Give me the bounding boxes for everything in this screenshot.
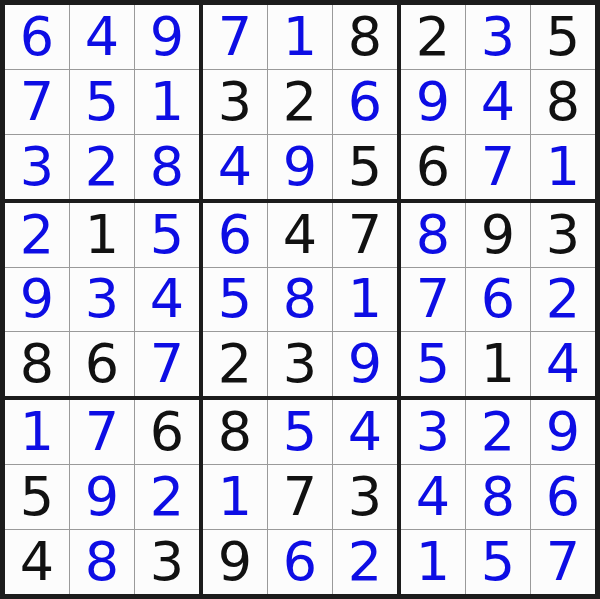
cell-r1c7[interactable]: 2: [401, 5, 465, 69]
cell-r2c1[interactable]: 7: [5, 70, 69, 134]
cell-r4c2[interactable]: 1: [70, 203, 134, 267]
cell-r5c5[interactable]: 8: [268, 268, 332, 332]
cell-r4c4[interactable]: 6: [203, 203, 267, 267]
cell-r1c2[interactable]: 4: [70, 5, 134, 69]
cell-r5c2[interactable]: 3: [70, 268, 134, 332]
cell-r3c7[interactable]: 6: [401, 135, 465, 199]
cell-r5c8[interactable]: 6: [466, 268, 530, 332]
cell-r8c7[interactable]: 4: [401, 465, 465, 529]
cell-r2c7[interactable]: 9: [401, 70, 465, 134]
cell-r8c4[interactable]: 1: [203, 465, 267, 529]
cell-r4c3[interactable]: 5: [135, 203, 199, 267]
box-2-2: 329486157: [401, 400, 595, 594]
cell-r6c6[interactable]: 9: [333, 332, 397, 396]
cell-r7c3[interactable]: 6: [135, 400, 199, 464]
cell-r1c6[interactable]: 8: [333, 5, 397, 69]
cell-r3c5[interactable]: 9: [268, 135, 332, 199]
box-0-0: 649751328: [5, 5, 199, 199]
cell-r9c1[interactable]: 4: [5, 530, 69, 594]
cell-r9c3[interactable]: 3: [135, 530, 199, 594]
cell-r6c5[interactable]: 3: [268, 332, 332, 396]
cell-r2c9[interactable]: 8: [531, 70, 595, 134]
cell-r8c5[interactable]: 7: [268, 465, 332, 529]
cell-r6c4[interactable]: 2: [203, 332, 267, 396]
cell-r5c6[interactable]: 1: [333, 268, 397, 332]
box-2-0: 176592483: [5, 400, 199, 594]
cell-r4c7[interactable]: 8: [401, 203, 465, 267]
cell-r9c2[interactable]: 8: [70, 530, 134, 594]
cell-r7c5[interactable]: 5: [268, 400, 332, 464]
cell-r7c9[interactable]: 9: [531, 400, 595, 464]
cell-r8c2[interactable]: 9: [70, 465, 134, 529]
cell-r8c6[interactable]: 3: [333, 465, 397, 529]
cell-r3c3[interactable]: 8: [135, 135, 199, 199]
cell-r4c1[interactable]: 2: [5, 203, 69, 267]
cell-r3c2[interactable]: 2: [70, 135, 134, 199]
cell-r6c1[interactable]: 8: [5, 332, 69, 396]
cell-r1c3[interactable]: 9: [135, 5, 199, 69]
cell-r8c9[interactable]: 6: [531, 465, 595, 529]
cell-r6c2[interactable]: 6: [70, 332, 134, 396]
cell-r9c4[interactable]: 9: [203, 530, 267, 594]
cell-r3c6[interactable]: 5: [333, 135, 397, 199]
cell-r3c9[interactable]: 1: [531, 135, 595, 199]
box-2-1: 854173962: [203, 400, 397, 594]
cell-r5c1[interactable]: 9: [5, 268, 69, 332]
cell-r7c4[interactable]: 8: [203, 400, 267, 464]
cell-r8c3[interactable]: 2: [135, 465, 199, 529]
cell-r7c2[interactable]: 7: [70, 400, 134, 464]
cell-r5c7[interactable]: 7: [401, 268, 465, 332]
box-0-1: 718326495: [203, 5, 397, 199]
box-1-1: 647581239: [203, 203, 397, 397]
cell-r3c1[interactable]: 3: [5, 135, 69, 199]
cell-r1c9[interactable]: 5: [531, 5, 595, 69]
cell-r7c1[interactable]: 1: [5, 400, 69, 464]
cell-r5c9[interactable]: 2: [531, 268, 595, 332]
cell-r1c1[interactable]: 6: [5, 5, 69, 69]
cell-r6c8[interactable]: 1: [466, 332, 530, 396]
cell-r1c4[interactable]: 7: [203, 5, 267, 69]
cell-r5c3[interactable]: 4: [135, 268, 199, 332]
cell-r7c8[interactable]: 2: [466, 400, 530, 464]
box-1-0: 215934867: [5, 203, 199, 397]
cell-r6c7[interactable]: 5: [401, 332, 465, 396]
cell-r8c8[interactable]: 8: [466, 465, 530, 529]
cell-r1c5[interactable]: 1: [268, 5, 332, 69]
cell-r9c9[interactable]: 7: [531, 530, 595, 594]
cell-r9c5[interactable]: 6: [268, 530, 332, 594]
cell-r1c8[interactable]: 3: [466, 5, 530, 69]
cell-r4c8[interactable]: 9: [466, 203, 530, 267]
cell-r6c3[interactable]: 7: [135, 332, 199, 396]
cell-r9c7[interactable]: 1: [401, 530, 465, 594]
cell-r9c8[interactable]: 5: [466, 530, 530, 594]
cell-r8c1[interactable]: 5: [5, 465, 69, 529]
cell-r3c8[interactable]: 7: [466, 135, 530, 199]
sudoku-board: 6497513287183264952359486712159348676475…: [0, 0, 600, 599]
cell-r3c4[interactable]: 4: [203, 135, 267, 199]
cell-r7c7[interactable]: 3: [401, 400, 465, 464]
cell-r9c6[interactable]: 2: [333, 530, 397, 594]
box-0-2: 235948671: [401, 5, 595, 199]
cell-r4c9[interactable]: 3: [531, 203, 595, 267]
cell-r2c8[interactable]: 4: [466, 70, 530, 134]
box-1-2: 893762514: [401, 203, 595, 397]
cell-r2c6[interactable]: 6: [333, 70, 397, 134]
cell-r2c5[interactable]: 2: [268, 70, 332, 134]
cell-r6c9[interactable]: 4: [531, 332, 595, 396]
cell-r2c4[interactable]: 3: [203, 70, 267, 134]
cell-r2c2[interactable]: 5: [70, 70, 134, 134]
cell-r7c6[interactable]: 4: [333, 400, 397, 464]
cell-r4c6[interactable]: 7: [333, 203, 397, 267]
cell-r5c4[interactable]: 5: [203, 268, 267, 332]
cell-r4c5[interactable]: 4: [268, 203, 332, 267]
cell-r2c3[interactable]: 1: [135, 70, 199, 134]
